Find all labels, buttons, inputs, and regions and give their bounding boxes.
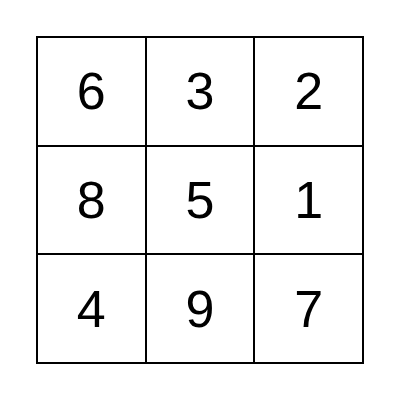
grid-cell-r3c2[interactable]: 9: [147, 255, 254, 362]
grid-cell-r1c2[interactable]: 3: [147, 38, 254, 145]
grid-cell-r3c3[interactable]: 7: [255, 255, 362, 362]
number-grid: 632851497: [36, 36, 364, 364]
grid-cell-r3c1[interactable]: 4: [38, 255, 145, 362]
grid-cell-r1c1[interactable]: 6: [38, 38, 145, 145]
grid-cell-r2c2[interactable]: 5: [147, 147, 254, 254]
grid-cell-r2c1[interactable]: 8: [38, 147, 145, 254]
grid-cell-r2c3[interactable]: 1: [255, 147, 362, 254]
puzzle-stage: 632851497: [0, 0, 400, 400]
grid-cell-r1c3[interactable]: 2: [255, 38, 362, 145]
